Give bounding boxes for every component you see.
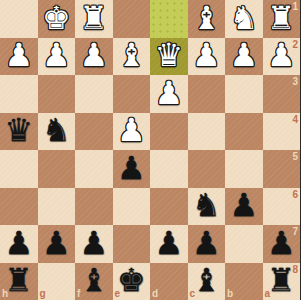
square-e7[interactable] (113, 225, 151, 263)
square-e5[interactable]: ♟ (113, 150, 151, 188)
square-d3[interactable]: ♟ (150, 75, 188, 113)
square-b5[interactable] (225, 150, 263, 188)
piece-black-pawn[interactable]: ♟ (113, 150, 151, 188)
square-g4[interactable]: ♞ (38, 113, 76, 151)
piece-white-bishop[interactable]: ♝ (113, 38, 151, 76)
square-h1[interactable] (0, 0, 38, 38)
square-f2[interactable]: ♟ (75, 38, 113, 76)
square-g3[interactable] (38, 75, 76, 113)
square-d5[interactable] (150, 150, 188, 188)
square-f7[interactable]: ♟ (75, 225, 113, 263)
square-h4[interactable]: ♛ (0, 113, 38, 151)
square-e8[interactable]: ♚e (113, 263, 151, 300)
piece-white-rook[interactable]: ♜ (75, 0, 113, 38)
square-f5[interactable] (75, 150, 113, 188)
square-e3[interactable] (113, 75, 151, 113)
piece-white-bishop[interactable]: ♝ (188, 0, 226, 38)
square-f3[interactable] (75, 75, 113, 113)
rank-label-5: 5 (292, 151, 298, 162)
square-b8[interactable]: b (225, 263, 263, 300)
square-a5[interactable]: 5 (263, 150, 301, 188)
square-c2[interactable]: ♟ (188, 38, 226, 76)
square-g1[interactable]: ♚ (38, 0, 76, 38)
square-e6[interactable] (113, 188, 151, 226)
piece-black-pawn[interactable]: ♟ (75, 225, 113, 263)
square-b7[interactable] (225, 225, 263, 263)
square-c5[interactable] (188, 150, 226, 188)
piece-black-pawn[interactable]: ♟ (0, 225, 38, 263)
square-a8[interactable]: ♜a8 (263, 263, 301, 300)
square-c8[interactable]: ♝c (188, 263, 226, 300)
piece-white-pawn[interactable]: ♟ (263, 38, 301, 76)
square-g2[interactable]: ♟ (38, 38, 76, 76)
square-c1[interactable]: ♝ (188, 0, 226, 38)
square-h2[interactable]: ♟ (0, 38, 38, 76)
square-b6[interactable]: ♟ (225, 188, 263, 226)
piece-white-rook[interactable]: ♜ (263, 0, 301, 38)
piece-white-pawn[interactable]: ♟ (188, 38, 226, 76)
square-h8[interactable]: ♜h (0, 263, 38, 300)
piece-white-pawn[interactable]: ♟ (225, 38, 263, 76)
square-b4[interactable] (225, 113, 263, 151)
square-d1[interactable] (150, 0, 188, 38)
square-a4[interactable]: 4 (263, 113, 301, 151)
square-h7[interactable]: ♟ (0, 225, 38, 263)
piece-black-queen[interactable]: ♛ (0, 113, 38, 151)
piece-black-pawn[interactable]: ♟ (150, 225, 188, 263)
square-f1[interactable]: ♜ (75, 0, 113, 38)
piece-white-pawn[interactable]: ♟ (0, 38, 38, 76)
rank-label-3: 3 (292, 76, 298, 87)
chess-board: ♚♜♝♞♜1♟♟♟♝♛♟♟♟2♟3♛♞♟4♟5♞♟6♟♟♟♟♟♟7♜hg♝f♚e… (0, 0, 300, 300)
square-d6[interactable] (150, 188, 188, 226)
piece-black-knight[interactable]: ♞ (38, 113, 76, 151)
file-label-g: g (40, 288, 46, 299)
square-f6[interactable] (75, 188, 113, 226)
square-d4[interactable] (150, 113, 188, 151)
piece-black-bishop[interactable]: ♝ (75, 263, 113, 300)
square-d2[interactable]: ♛ (150, 38, 188, 76)
piece-black-pawn[interactable]: ♟ (263, 225, 301, 263)
piece-black-rook[interactable]: ♜ (263, 263, 301, 300)
square-a6[interactable]: 6 (263, 188, 301, 226)
piece-black-king[interactable]: ♚ (113, 263, 151, 300)
square-e2[interactable]: ♝ (113, 38, 151, 76)
square-a1[interactable]: ♜1 (263, 0, 301, 38)
square-c7[interactable]: ♟ (188, 225, 226, 263)
square-a7[interactable]: ♟7 (263, 225, 301, 263)
rank-label-4: 4 (292, 114, 298, 125)
square-f8[interactable]: ♝f (75, 263, 113, 300)
piece-black-bishop[interactable]: ♝ (188, 263, 226, 300)
piece-black-pawn[interactable]: ♟ (38, 225, 76, 263)
chess-app: ♚♜♝♞♜1♟♟♟♝♛♟♟♟2♟3♛♞♟4♟5♞♟6♟♟♟♟♟♟7♜hg♝f♚e… (0, 0, 300, 300)
square-g5[interactable] (38, 150, 76, 188)
file-label-b: b (227, 288, 233, 299)
square-g6[interactable] (38, 188, 76, 226)
square-b3[interactable] (225, 75, 263, 113)
square-f4[interactable] (75, 113, 113, 151)
square-d7[interactable]: ♟ (150, 225, 188, 263)
square-d8[interactable]: d (150, 263, 188, 300)
square-c3[interactable] (188, 75, 226, 113)
piece-black-pawn[interactable]: ♟ (188, 225, 226, 263)
piece-black-pawn[interactable]: ♟ (225, 188, 263, 226)
piece-white-knight[interactable]: ♞ (225, 0, 263, 38)
rank-label-6: 6 (292, 189, 298, 200)
piece-white-pawn[interactable]: ♟ (38, 38, 76, 76)
square-h6[interactable] (0, 188, 38, 226)
square-e4[interactable]: ♟ (113, 113, 151, 151)
piece-white-queen[interactable]: ♛ (150, 38, 188, 76)
square-b1[interactable]: ♞ (225, 0, 263, 38)
square-h5[interactable] (0, 150, 38, 188)
square-g7[interactable]: ♟ (38, 225, 76, 263)
square-a2[interactable]: ♟2 (263, 38, 301, 76)
piece-black-knight[interactable]: ♞ (188, 188, 226, 226)
square-e1[interactable] (113, 0, 151, 38)
piece-white-pawn[interactable]: ♟ (75, 38, 113, 76)
piece-white-pawn[interactable]: ♟ (150, 75, 188, 113)
square-a3[interactable]: 3 (263, 75, 301, 113)
piece-black-rook[interactable]: ♜ (0, 263, 38, 300)
square-h3[interactable] (0, 75, 38, 113)
square-c6[interactable]: ♞ (188, 188, 226, 226)
piece-white-king[interactable]: ♚ (38, 0, 76, 38)
file-label-d: d (152, 288, 158, 299)
square-g8[interactable]: g (38, 263, 76, 300)
square-c4[interactable] (188, 113, 226, 151)
square-b2[interactable]: ♟ (225, 38, 263, 76)
piece-white-pawn[interactable]: ♟ (113, 113, 151, 151)
